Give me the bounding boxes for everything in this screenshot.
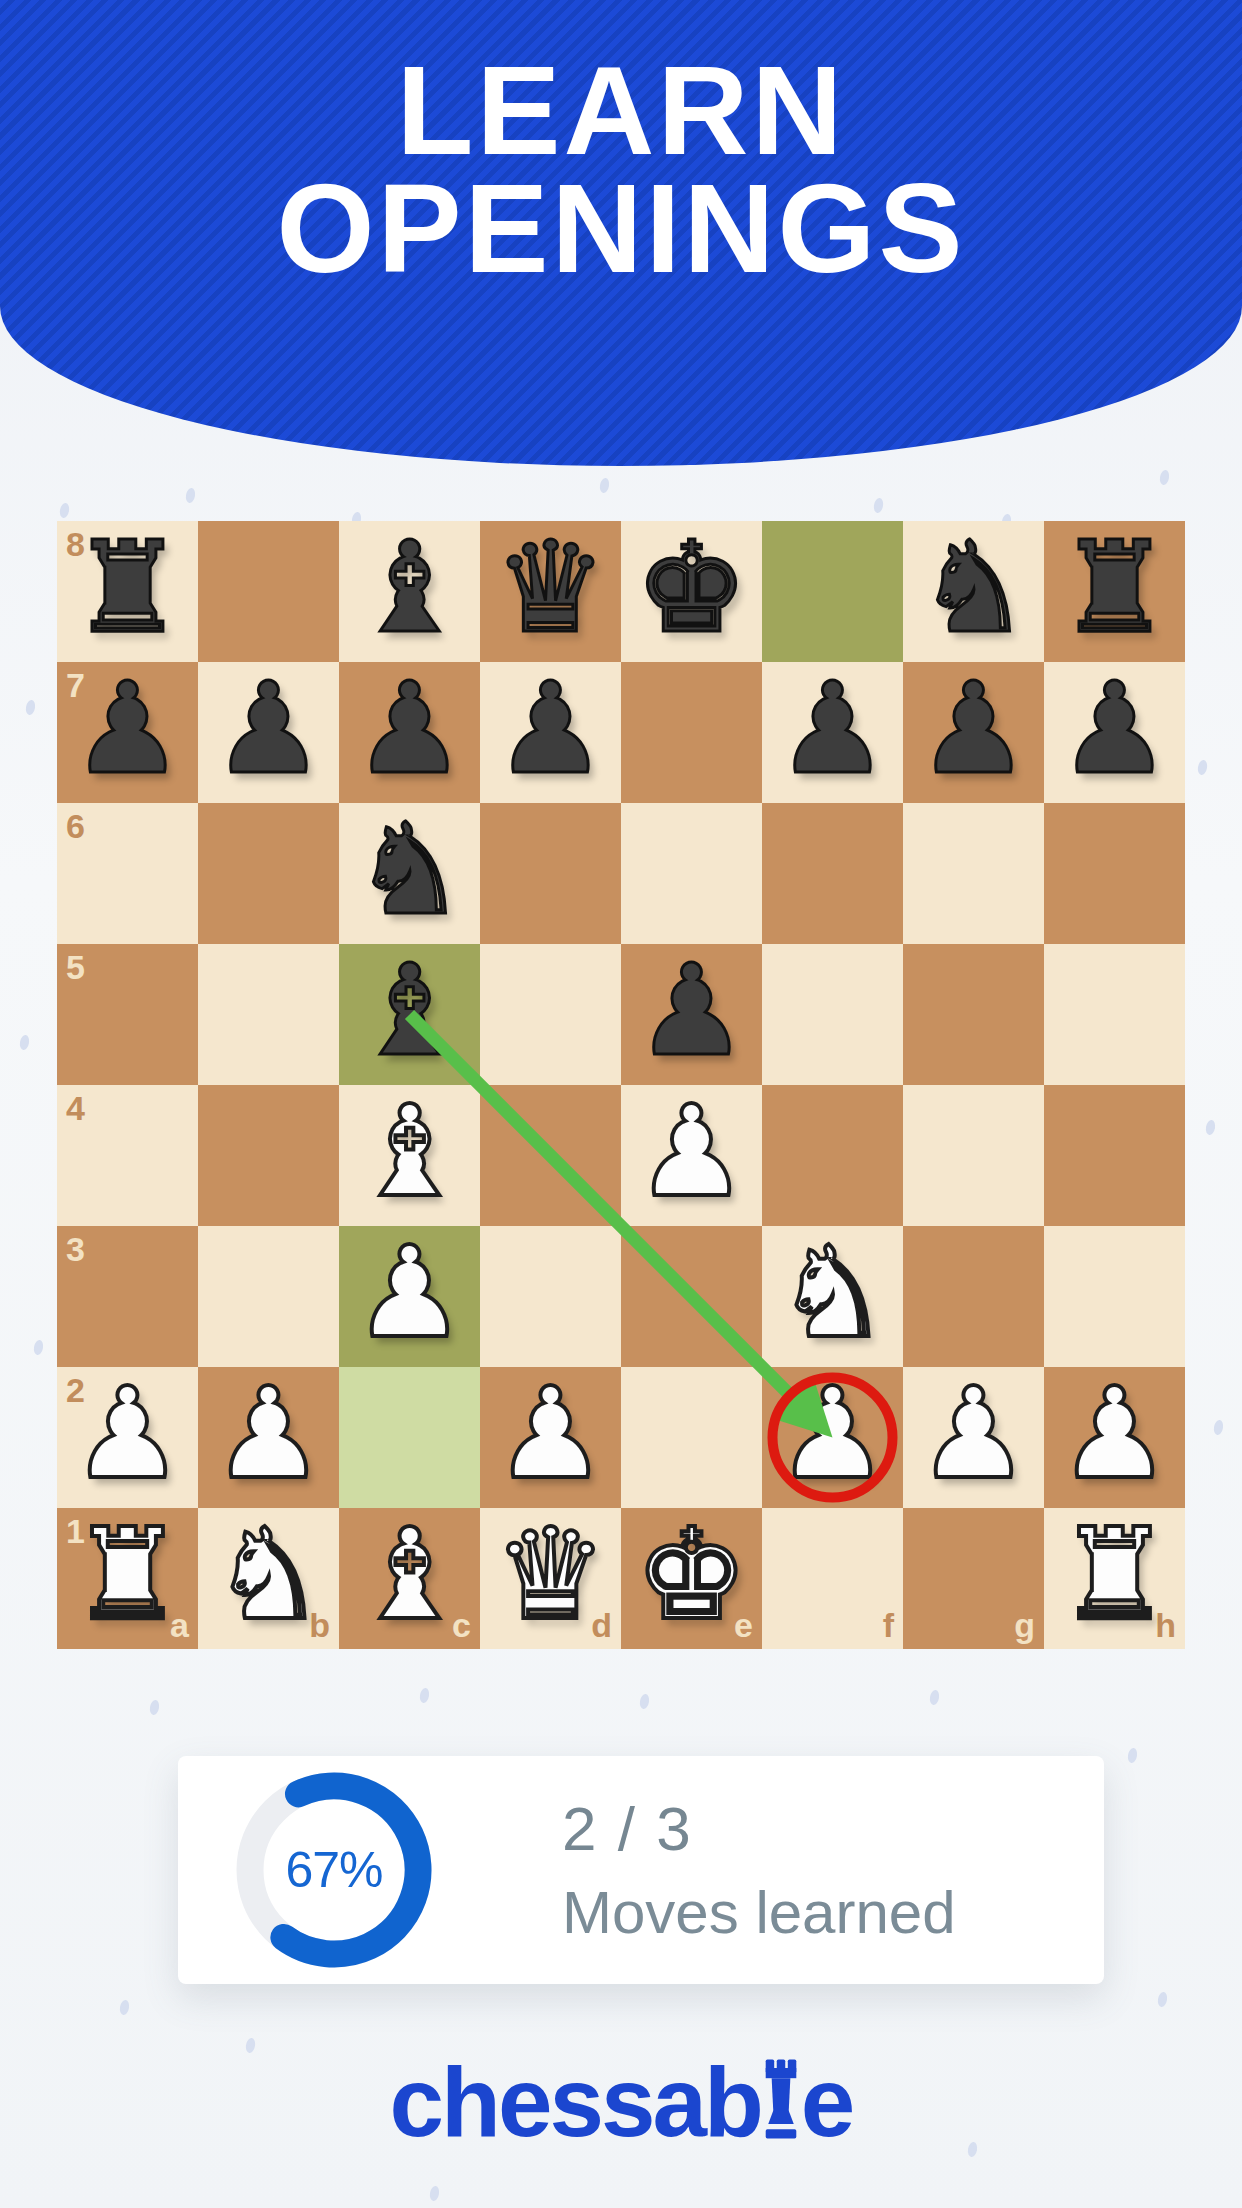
rank-label-1: 1: [66, 1512, 85, 1551]
square-f8[interactable]: [762, 521, 903, 662]
piece-white-knight: ♞: [198, 1508, 339, 1649]
square-e4[interactable]: ♟: [621, 1085, 762, 1226]
square-c6[interactable]: ♞: [339, 803, 480, 944]
piece-white-queen: ♛: [480, 1508, 621, 1649]
piece-black-pawn: ♟: [903, 662, 1044, 803]
square-c1[interactable]: c♝: [339, 1508, 480, 1649]
piece-black-bishop: ♝: [339, 944, 480, 1085]
square-a2[interactable]: 2♟: [57, 1367, 198, 1508]
progress-card: 67% 2 / 3 Moves learned: [178, 1756, 1104, 1984]
rank-label-7: 7: [66, 666, 85, 705]
square-g5[interactable]: [903, 944, 1044, 1085]
square-b8[interactable]: [198, 521, 339, 662]
rank-label-4: 4: [66, 1089, 85, 1128]
rank-label-6: 6: [66, 807, 85, 846]
square-c3[interactable]: ♟: [339, 1226, 480, 1367]
rank-label-2: 2: [66, 1371, 85, 1410]
moves-fraction: 2 / 3: [562, 1793, 956, 1864]
square-g8[interactable]: ♞: [903, 521, 1044, 662]
rank-label-5: 5: [66, 948, 85, 987]
piece-black-bishop: ♝: [339, 521, 480, 662]
piece-black-queen: ♛: [480, 521, 621, 662]
piece-white-pawn: ♟: [198, 1367, 339, 1508]
piece-black-pawn: ♟: [480, 662, 621, 803]
piece-black-pawn: ♟: [1044, 662, 1185, 803]
progress-percent-label: 67%: [234, 1770, 434, 1970]
square-f2[interactable]: ♟: [762, 1367, 903, 1508]
square-d6[interactable]: [480, 803, 621, 944]
square-b6[interactable]: [198, 803, 339, 944]
chess-board[interactable]: 8♜♝♛♚♞♜7♟♟♟♟♟♟♟6♞5♝♟4♝♟3♟♞2♟♟♟♟♟♟1a♜b♞c♝…: [57, 521, 1185, 1649]
piece-black-king: ♚: [621, 521, 762, 662]
rank-label-3: 3: [66, 1230, 85, 1269]
square-d8[interactable]: ♛: [480, 521, 621, 662]
piece-white-pawn: ♟: [339, 1226, 480, 1367]
square-d2[interactable]: ♟: [480, 1367, 621, 1508]
file-label-e: e: [734, 1606, 753, 1645]
square-a8[interactable]: 8♜: [57, 521, 198, 662]
piece-white-pawn: ♟: [57, 1367, 198, 1508]
piece-white-king: ♚: [621, 1508, 762, 1649]
piece-black-pawn: ♟: [198, 662, 339, 803]
file-label-g: g: [1014, 1606, 1035, 1645]
square-h5[interactable]: [1044, 944, 1185, 1085]
square-f1[interactable]: f: [762, 1508, 903, 1649]
square-e2[interactable]: [621, 1367, 762, 1508]
header-title-line2: OPENINGS: [0, 170, 1242, 288]
square-e6[interactable]: [621, 803, 762, 944]
logo-rook-icon: [764, 2056, 798, 2144]
square-a1[interactable]: 1a♜: [57, 1508, 198, 1649]
square-d3[interactable]: [480, 1226, 621, 1367]
square-e7[interactable]: [621, 662, 762, 803]
square-b4[interactable]: [198, 1085, 339, 1226]
square-h6[interactable]: [1044, 803, 1185, 944]
piece-white-pawn: ♟: [903, 1367, 1044, 1508]
piece-black-knight: ♞: [339, 803, 480, 944]
square-h8[interactable]: ♜: [1044, 521, 1185, 662]
square-a7[interactable]: 7♟: [57, 662, 198, 803]
square-d1[interactable]: d♛: [480, 1508, 621, 1649]
square-d5[interactable]: [480, 944, 621, 1085]
square-b5[interactable]: [198, 944, 339, 1085]
piece-white-pawn: ♟: [621, 1085, 762, 1226]
square-c7[interactable]: ♟: [339, 662, 480, 803]
square-a6[interactable]: 6: [57, 803, 198, 944]
progress-ring: 67%: [234, 1770, 434, 1970]
rank-label-8: 8: [66, 525, 85, 564]
square-h3[interactable]: [1044, 1226, 1185, 1367]
square-d7[interactable]: ♟: [480, 662, 621, 803]
piece-black-rook: ♜: [1044, 521, 1185, 662]
square-c8[interactable]: ♝: [339, 521, 480, 662]
square-h7[interactable]: ♟: [1044, 662, 1185, 803]
header-title-line1: LEARN: [0, 0, 1242, 170]
file-label-f: f: [883, 1606, 894, 1645]
square-c4[interactable]: ♝: [339, 1085, 480, 1226]
piece-white-rook: ♜: [57, 1508, 198, 1649]
square-b1[interactable]: b♞: [198, 1508, 339, 1649]
square-e8[interactable]: ♚: [621, 521, 762, 662]
square-g7[interactable]: ♟: [903, 662, 1044, 803]
square-g6[interactable]: [903, 803, 1044, 944]
piece-black-pawn: ♟: [621, 944, 762, 1085]
piece-black-pawn: ♟: [57, 662, 198, 803]
piece-black-pawn: ♟: [762, 662, 903, 803]
piece-white-pawn: ♟: [762, 1367, 903, 1508]
chessable-logo: chessab e: [0, 2046, 1242, 2159]
square-g4[interactable]: [903, 1085, 1044, 1226]
square-b7[interactable]: ♟: [198, 662, 339, 803]
square-e1[interactable]: e♚: [621, 1508, 762, 1649]
square-f7[interactable]: ♟: [762, 662, 903, 803]
square-f6[interactable]: [762, 803, 903, 944]
square-a5[interactable]: 5: [57, 944, 198, 1085]
square-h1[interactable]: h♜: [1044, 1508, 1185, 1649]
piece-white-pawn: ♟: [1044, 1367, 1185, 1508]
piece-white-bishop: ♝: [339, 1085, 480, 1226]
file-label-a: a: [170, 1606, 189, 1645]
piece-black-pawn: ♟: [339, 662, 480, 803]
square-f5[interactable]: [762, 944, 903, 1085]
square-e5[interactable]: ♟: [621, 944, 762, 1085]
square-d4[interactable]: [480, 1085, 621, 1226]
square-e3[interactable]: [621, 1226, 762, 1367]
piece-black-rook: ♜: [57, 521, 198, 662]
piece-black-knight: ♞: [903, 521, 1044, 662]
square-b2[interactable]: ♟: [198, 1367, 339, 1508]
square-b3[interactable]: [198, 1226, 339, 1367]
square-a3[interactable]: 3: [57, 1226, 198, 1367]
square-h4[interactable]: [1044, 1085, 1185, 1226]
square-g2[interactable]: ♟: [903, 1367, 1044, 1508]
file-label-h: h: [1155, 1606, 1176, 1645]
square-g3[interactable]: [903, 1226, 1044, 1367]
square-c2[interactable]: [339, 1367, 480, 1508]
logo-text-post: e: [801, 2047, 853, 2157]
square-f4[interactable]: [762, 1085, 903, 1226]
logo-text-pre: chessab: [390, 2047, 761, 2157]
piece-white-bishop: ♝: [339, 1508, 480, 1649]
file-label-c: c: [452, 1606, 471, 1645]
square-g1[interactable]: g: [903, 1508, 1044, 1649]
square-h2[interactable]: ♟: [1044, 1367, 1185, 1508]
piece-white-rook: ♜: [1044, 1508, 1185, 1649]
piece-white-pawn: ♟: [480, 1367, 621, 1508]
moves-caption: Moves learned: [562, 1878, 956, 1947]
square-a4[interactable]: 4: [57, 1085, 198, 1226]
piece-white-knight: ♞: [762, 1226, 903, 1367]
square-c5[interactable]: ♝: [339, 944, 480, 1085]
header-banner: LEARN OPENINGS: [0, 0, 1242, 466]
file-label-d: d: [591, 1606, 612, 1645]
file-label-b: b: [309, 1606, 330, 1645]
square-f3[interactable]: ♞: [762, 1226, 903, 1367]
